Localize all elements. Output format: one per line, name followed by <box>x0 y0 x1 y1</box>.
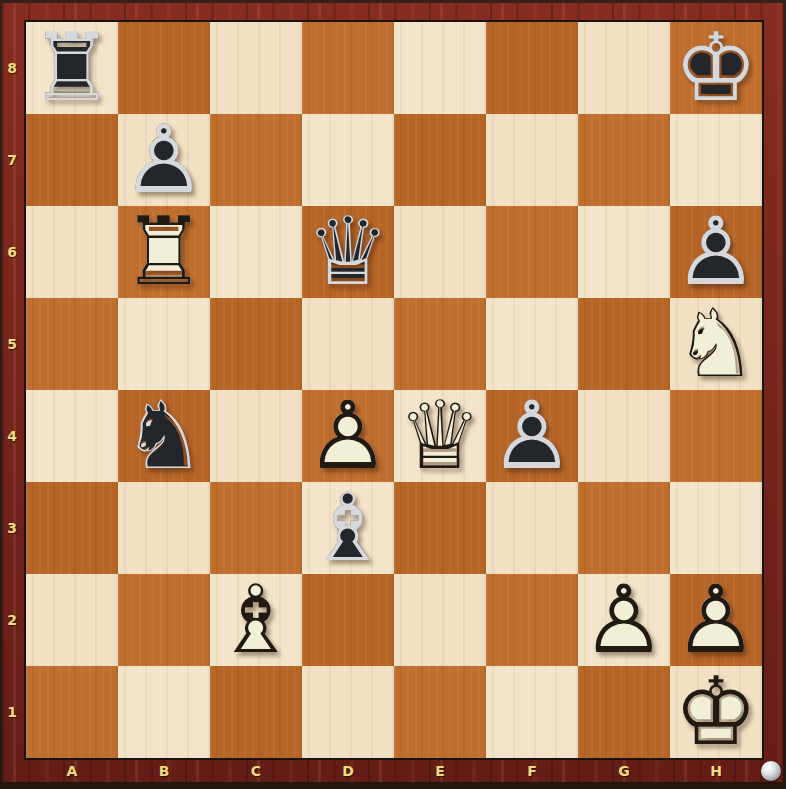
square-b6[interactable]: ♜♖ <box>118 206 210 298</box>
square-g8[interactable] <box>578 22 670 114</box>
piece-outline: ♙ <box>670 206 762 298</box>
square-g3[interactable] <box>578 482 670 574</box>
square-c4[interactable] <box>210 390 302 482</box>
square-b3[interactable] <box>118 482 210 574</box>
piece-outline: ♗ <box>302 482 394 574</box>
square-a8[interactable]: ♜♖ <box>26 22 118 114</box>
square-c5[interactable] <box>210 298 302 390</box>
square-g2[interactable]: ♟♙ <box>578 574 670 666</box>
piece-outline: ♗ <box>210 574 302 666</box>
square-c2[interactable]: ♝♗ <box>210 574 302 666</box>
piece-outline: ♖ <box>26 22 118 114</box>
square-a5[interactable] <box>26 298 118 390</box>
square-e1[interactable] <box>394 666 486 758</box>
square-a6[interactable] <box>26 206 118 298</box>
square-c1[interactable] <box>210 666 302 758</box>
square-h6[interactable]: ♟♙ <box>670 206 762 298</box>
white-knight-icon[interactable]: ♞♘ <box>670 298 762 390</box>
chess-board: ♜♖♚♔♟♙♜♖♛♕♟♙♞♘♞♘♟♙♛♕♟♙♝♗♝♗♟♙♟♙♚♔ <box>24 20 764 760</box>
square-f5[interactable] <box>486 298 578 390</box>
file-label-g: G <box>578 759 670 782</box>
rank-label-2: 2 <box>0 574 24 666</box>
black-bishop-icon[interactable]: ♝♗ <box>302 482 394 574</box>
white-rook-icon[interactable]: ♜♖ <box>118 206 210 298</box>
square-c3[interactable] <box>210 482 302 574</box>
rank-label-3: 3 <box>0 482 24 574</box>
white-queen-icon[interactable]: ♛♕ <box>394 390 486 482</box>
square-b8[interactable] <box>118 22 210 114</box>
square-e4[interactable]: ♛♕ <box>394 390 486 482</box>
square-c7[interactable] <box>210 114 302 206</box>
piece-outline: ♙ <box>578 574 670 666</box>
square-d3[interactable]: ♝♗ <box>302 482 394 574</box>
square-e8[interactable] <box>394 22 486 114</box>
rank-label-4: 4 <box>0 390 24 482</box>
square-g7[interactable] <box>578 114 670 206</box>
white-pawn-icon[interactable]: ♟♙ <box>578 574 670 666</box>
file-label-d: D <box>302 759 394 782</box>
square-a2[interactable] <box>26 574 118 666</box>
piece-outline: ♕ <box>302 206 394 298</box>
piece-outline: ♖ <box>118 206 210 298</box>
piece-outline: ♘ <box>670 298 762 390</box>
square-a4[interactable] <box>26 390 118 482</box>
square-b2[interactable] <box>118 574 210 666</box>
piece-outline: ♙ <box>486 390 578 482</box>
chess-app-window: ♜♖♚♔♟♙♜♖♛♕♟♙♞♘♞♘♟♙♛♕♟♙♝♗♝♗♟♙♟♙♚♔ 8765432… <box>0 0 786 789</box>
white-king-icon[interactable]: ♚♔ <box>670 666 762 758</box>
square-f1[interactable] <box>486 666 578 758</box>
rank-label-1: 1 <box>0 666 24 758</box>
file-label-a: A <box>26 759 118 782</box>
white-bishop-icon[interactable]: ♝♗ <box>210 574 302 666</box>
file-label-f: F <box>486 759 578 782</box>
black-king-icon[interactable]: ♚♔ <box>670 22 762 114</box>
square-e6[interactable] <box>394 206 486 298</box>
square-g1[interactable] <box>578 666 670 758</box>
square-b5[interactable] <box>118 298 210 390</box>
rank-label-7: 7 <box>0 114 24 206</box>
square-d1[interactable] <box>302 666 394 758</box>
black-pawn-icon[interactable]: ♟♙ <box>670 206 762 298</box>
square-f8[interactable] <box>486 22 578 114</box>
square-f6[interactable] <box>486 206 578 298</box>
rank-label-8: 8 <box>0 22 24 114</box>
square-d7[interactable] <box>302 114 394 206</box>
piece-outline: ♙ <box>118 114 210 206</box>
square-h8[interactable]: ♚♔ <box>670 22 762 114</box>
square-d4[interactable]: ♟♙ <box>302 390 394 482</box>
square-e2[interactable] <box>394 574 486 666</box>
square-h4[interactable] <box>670 390 762 482</box>
piece-outline: ♙ <box>302 390 394 482</box>
square-a3[interactable] <box>26 482 118 574</box>
square-e7[interactable] <box>394 114 486 206</box>
square-h7[interactable] <box>670 114 762 206</box>
square-a7[interactable] <box>26 114 118 206</box>
black-pawn-icon[interactable]: ♟♙ <box>486 390 578 482</box>
piece-outline: ♔ <box>670 22 762 114</box>
piece-outline: ♘ <box>118 390 210 482</box>
square-a1[interactable] <box>26 666 118 758</box>
black-pawn-icon[interactable]: ♟♙ <box>118 114 210 206</box>
square-f3[interactable] <box>486 482 578 574</box>
square-b1[interactable] <box>118 666 210 758</box>
square-b7[interactable]: ♟♙ <box>118 114 210 206</box>
black-rook-icon[interactable]: ♜♖ <box>26 22 118 114</box>
square-g6[interactable] <box>578 206 670 298</box>
rank-label-5: 5 <box>0 298 24 390</box>
piece-outline: ♕ <box>394 390 486 482</box>
file-label-c: C <box>210 759 302 782</box>
square-g4[interactable] <box>578 390 670 482</box>
square-d5[interactable] <box>302 298 394 390</box>
black-knight-icon[interactable]: ♞♘ <box>118 390 210 482</box>
square-d2[interactable] <box>302 574 394 666</box>
piece-outline: ♙ <box>670 574 762 666</box>
white-pawn-icon[interactable]: ♟♙ <box>302 390 394 482</box>
square-e3[interactable] <box>394 482 486 574</box>
square-d6[interactable]: ♛♕ <box>302 206 394 298</box>
file-label-e: E <box>394 759 486 782</box>
square-h2[interactable]: ♟♙ <box>670 574 762 666</box>
square-d8[interactable] <box>302 22 394 114</box>
square-h1[interactable]: ♚♔ <box>670 666 762 758</box>
white-pawn-icon[interactable]: ♟♙ <box>670 574 762 666</box>
piece-outline: ♔ <box>670 666 762 758</box>
square-h3[interactable] <box>670 482 762 574</box>
square-f7[interactable] <box>486 114 578 206</box>
file-label-b: B <box>118 759 210 782</box>
file-label-h: H <box>670 759 762 782</box>
black-queen-icon[interactable]: ♛♕ <box>302 206 394 298</box>
square-h5[interactable]: ♞♘ <box>670 298 762 390</box>
square-b4[interactable]: ♞♘ <box>118 390 210 482</box>
square-c8[interactable] <box>210 22 302 114</box>
square-c6[interactable] <box>210 206 302 298</box>
rank-label-6: 6 <box>0 206 24 298</box>
square-g5[interactable] <box>578 298 670 390</box>
square-e5[interactable] <box>394 298 486 390</box>
white-to-move-indicator <box>761 761 781 781</box>
square-f2[interactable] <box>486 574 578 666</box>
square-f4[interactable]: ♟♙ <box>486 390 578 482</box>
